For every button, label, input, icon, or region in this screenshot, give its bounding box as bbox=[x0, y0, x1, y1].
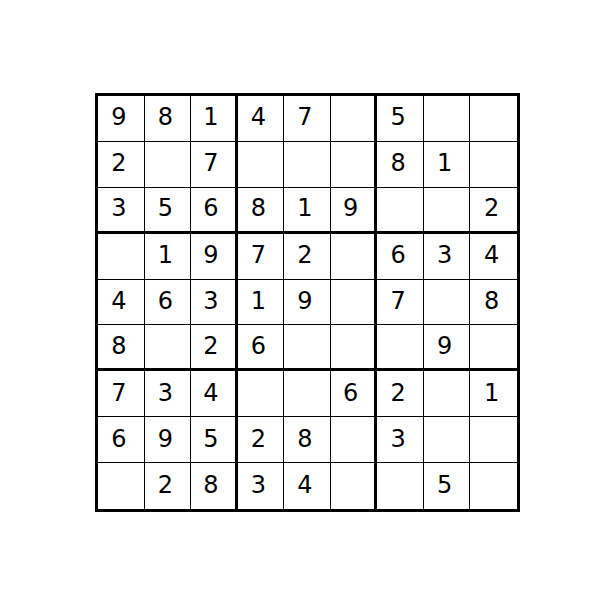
given-digit: 4 bbox=[297, 473, 312, 497]
given-digit: 7 bbox=[111, 381, 126, 405]
given-digit: 4 bbox=[484, 243, 499, 267]
given-digit: 8 bbox=[484, 289, 499, 313]
sudoku-cell-r9c2[interactable]: 2 bbox=[145, 463, 192, 509]
sudoku-cell-r9c7[interactable] bbox=[377, 463, 424, 509]
sudoku-cell-r1c5[interactable]: 7 bbox=[284, 96, 331, 142]
given-digit: 4 bbox=[203, 381, 218, 405]
given-digit: 8 bbox=[390, 151, 405, 175]
given-digit: 2 bbox=[390, 381, 405, 405]
sudoku-cell-r3c8[interactable] bbox=[424, 188, 471, 234]
sudoku-cell-r6c5[interactable] bbox=[284, 325, 331, 371]
given-digit: 6 bbox=[203, 196, 218, 220]
given-digit: 2 bbox=[484, 196, 499, 220]
given-digit: 3 bbox=[437, 243, 452, 267]
given-digit: 7 bbox=[251, 243, 266, 267]
sudoku-cell-r4c3[interactable]: 9 bbox=[191, 234, 238, 280]
given-digit: 6 bbox=[343, 381, 358, 405]
sudoku-cell-r3c9[interactable]: 2 bbox=[470, 188, 517, 234]
sudoku-cell-r8c9[interactable] bbox=[470, 417, 517, 463]
given-digit: 1 bbox=[251, 289, 266, 313]
sudoku-cell-r5c5[interactable]: 9 bbox=[284, 280, 331, 326]
given-digit: 3 bbox=[390, 427, 405, 451]
given-digit: 7 bbox=[297, 105, 312, 129]
given-digit: 9 bbox=[158, 427, 173, 451]
given-digit: 6 bbox=[111, 427, 126, 451]
sudoku-cell-r7c6[interactable]: 6 bbox=[331, 371, 378, 417]
given-digit: 8 bbox=[251, 196, 266, 220]
sudoku-cell-r9c9[interactable] bbox=[470, 463, 517, 509]
sudoku-cell-r2c9[interactable] bbox=[470, 142, 517, 188]
given-digit: 1 bbox=[297, 196, 312, 220]
sudoku-cell-r1c1[interactable]: 9 bbox=[98, 96, 145, 142]
sudoku-cell-r6c2[interactable] bbox=[145, 325, 192, 371]
sudoku-cell-r6c1[interactable]: 8 bbox=[98, 325, 145, 371]
given-digit: 9 bbox=[343, 196, 358, 220]
sudoku-cell-r2c6[interactable] bbox=[331, 142, 378, 188]
given-digit: 8 bbox=[111, 334, 126, 358]
sudoku-cell-r7c5[interactable] bbox=[284, 371, 331, 417]
sudoku-cell-r8c6[interactable] bbox=[331, 417, 378, 463]
given-digit: 2 bbox=[158, 473, 173, 497]
sudoku-cell-r5c3[interactable]: 3 bbox=[191, 280, 238, 326]
sudoku-page: 9814752781356819219726344631978826973462… bbox=[0, 0, 600, 600]
given-digit: 5 bbox=[437, 473, 452, 497]
sudoku-cell-r1c7[interactable]: 5 bbox=[377, 96, 424, 142]
given-digit: 3 bbox=[111, 196, 126, 220]
sudoku-cell-r2c4[interactable] bbox=[238, 142, 285, 188]
given-digit: 5 bbox=[158, 196, 173, 220]
sudoku-cell-r5c1[interactable]: 4 bbox=[98, 280, 145, 326]
sudoku-cell-r5c4[interactable]: 1 bbox=[238, 280, 285, 326]
given-digit: 8 bbox=[203, 473, 218, 497]
given-digit: 2 bbox=[251, 427, 266, 451]
sudoku-cell-r8c4[interactable]: 2 bbox=[238, 417, 285, 463]
sudoku-cell-r8c3[interactable]: 5 bbox=[191, 417, 238, 463]
sudoku-cell-r9c5[interactable]: 4 bbox=[284, 463, 331, 509]
given-digit: 5 bbox=[203, 427, 218, 451]
given-digit: 8 bbox=[158, 105, 173, 129]
sudoku-cell-r9c3[interactable]: 8 bbox=[191, 463, 238, 509]
sudoku-cell-r4c9[interactable]: 4 bbox=[470, 234, 517, 280]
sudoku-cell-r6c9[interactable] bbox=[470, 325, 517, 371]
sudoku-cell-r2c8[interactable]: 1 bbox=[424, 142, 471, 188]
given-digit: 7 bbox=[203, 151, 218, 175]
sudoku-cell-r2c5[interactable] bbox=[284, 142, 331, 188]
sudoku-cell-r4c6[interactable] bbox=[331, 234, 378, 280]
sudoku-cell-r1c3[interactable]: 1 bbox=[191, 96, 238, 142]
sudoku-cell-r3c3[interactable]: 6 bbox=[191, 188, 238, 234]
given-digit: 5 bbox=[390, 105, 405, 129]
given-digit: 4 bbox=[111, 289, 126, 313]
sudoku-cell-r8c2[interactable]: 9 bbox=[145, 417, 192, 463]
sudoku-cell-r2c1[interactable]: 2 bbox=[98, 142, 145, 188]
sudoku-cell-r6c3[interactable]: 2 bbox=[191, 325, 238, 371]
given-digit: 6 bbox=[251, 334, 266, 358]
sudoku-cell-r7c4[interactable] bbox=[238, 371, 285, 417]
sudoku-cell-r4c5[interactable]: 2 bbox=[284, 234, 331, 280]
given-digit: 2 bbox=[297, 243, 312, 267]
given-digit: 3 bbox=[203, 289, 218, 313]
sudoku-cell-r7c3[interactable]: 4 bbox=[191, 371, 238, 417]
sudoku-cell-r6c8[interactable]: 9 bbox=[424, 325, 471, 371]
sudoku-cell-r3c6[interactable]: 9 bbox=[331, 188, 378, 234]
given-digit: 3 bbox=[158, 381, 173, 405]
sudoku-cell-r8c5[interactable]: 8 bbox=[284, 417, 331, 463]
given-digit: 1 bbox=[203, 105, 218, 129]
sudoku-cell-r5c8[interactable] bbox=[424, 280, 471, 326]
sudoku-cell-r4c7[interactable]: 6 bbox=[377, 234, 424, 280]
given-digit: 9 bbox=[111, 105, 126, 129]
given-digit: 1 bbox=[158, 243, 173, 267]
sudoku-cell-r5c2[interactable]: 6 bbox=[145, 280, 192, 326]
given-digit: 6 bbox=[390, 243, 405, 267]
sudoku-cell-r1c9[interactable] bbox=[470, 96, 517, 142]
sudoku-cell-r6c6[interactable] bbox=[331, 325, 378, 371]
sudoku-cell-r1c6[interactable] bbox=[331, 96, 378, 142]
sudoku-cell-r7c2[interactable]: 3 bbox=[145, 371, 192, 417]
sudoku-cell-r3c5[interactable]: 1 bbox=[284, 188, 331, 234]
sudoku-cell-r6c7[interactable] bbox=[377, 325, 424, 371]
sudoku-cell-r2c2[interactable] bbox=[145, 142, 192, 188]
sudoku-cell-r4c8[interactable]: 3 bbox=[424, 234, 471, 280]
sudoku-cell-r8c1[interactable]: 6 bbox=[98, 417, 145, 463]
given-digit: 8 bbox=[297, 427, 312, 451]
sudoku-cell-r2c7[interactable]: 8 bbox=[377, 142, 424, 188]
given-digit: 4 bbox=[251, 105, 266, 129]
sudoku-cell-r9c8[interactable]: 5 bbox=[424, 463, 471, 509]
sudoku-cell-r1c2[interactable]: 8 bbox=[145, 96, 192, 142]
sudoku-cell-r4c2[interactable]: 1 bbox=[145, 234, 192, 280]
given-digit: 2 bbox=[111, 151, 126, 175]
sudoku-cell-r1c8[interactable] bbox=[424, 96, 471, 142]
sudoku-cell-r4c4[interactable]: 7 bbox=[238, 234, 285, 280]
sudoku-cell-r2c3[interactable]: 7 bbox=[191, 142, 238, 188]
given-digit: 3 bbox=[251, 473, 266, 497]
sudoku-board: 9814752781356819219726344631978826973462… bbox=[95, 93, 520, 512]
given-digit: 2 bbox=[203, 334, 218, 358]
sudoku-cell-r3c7[interactable] bbox=[377, 188, 424, 234]
given-digit: 9 bbox=[203, 243, 218, 267]
sudoku-cell-r9c1[interactable] bbox=[98, 463, 145, 509]
sudoku-cell-r5c6[interactable] bbox=[331, 280, 378, 326]
sudoku-cell-r7c8[interactable] bbox=[424, 371, 471, 417]
given-digit: 1 bbox=[484, 381, 499, 405]
sudoku-cell-r8c8[interactable] bbox=[424, 417, 471, 463]
sudoku-cell-r7c9[interactable]: 1 bbox=[470, 371, 517, 417]
given-digit: 9 bbox=[297, 289, 312, 313]
given-digit: 7 bbox=[390, 289, 405, 313]
sudoku-cell-r3c2[interactable]: 5 bbox=[145, 188, 192, 234]
sudoku-cell-r8c7[interactable]: 3 bbox=[377, 417, 424, 463]
sudoku-cell-r7c1[interactable]: 7 bbox=[98, 371, 145, 417]
given-digit: 9 bbox=[437, 334, 452, 358]
sudoku-cell-r9c4[interactable]: 3 bbox=[238, 463, 285, 509]
sudoku-cell-r9c6[interactable] bbox=[331, 463, 378, 509]
sudoku-cell-r5c7[interactable]: 7 bbox=[377, 280, 424, 326]
given-digit: 6 bbox=[158, 289, 173, 313]
sudoku-cell-r5c9[interactable]: 8 bbox=[470, 280, 517, 326]
sudoku-cell-r3c4[interactable]: 8 bbox=[238, 188, 285, 234]
sudoku-cell-r3c1[interactable]: 3 bbox=[98, 188, 145, 234]
given-digit: 1 bbox=[437, 151, 452, 175]
sudoku-cell-r7c7[interactable]: 2 bbox=[377, 371, 424, 417]
sudoku-cell-r4c1[interactable] bbox=[98, 234, 145, 280]
sudoku-cell-r6c4[interactable]: 6 bbox=[238, 325, 285, 371]
sudoku-cell-r1c4[interactable]: 4 bbox=[238, 96, 285, 142]
